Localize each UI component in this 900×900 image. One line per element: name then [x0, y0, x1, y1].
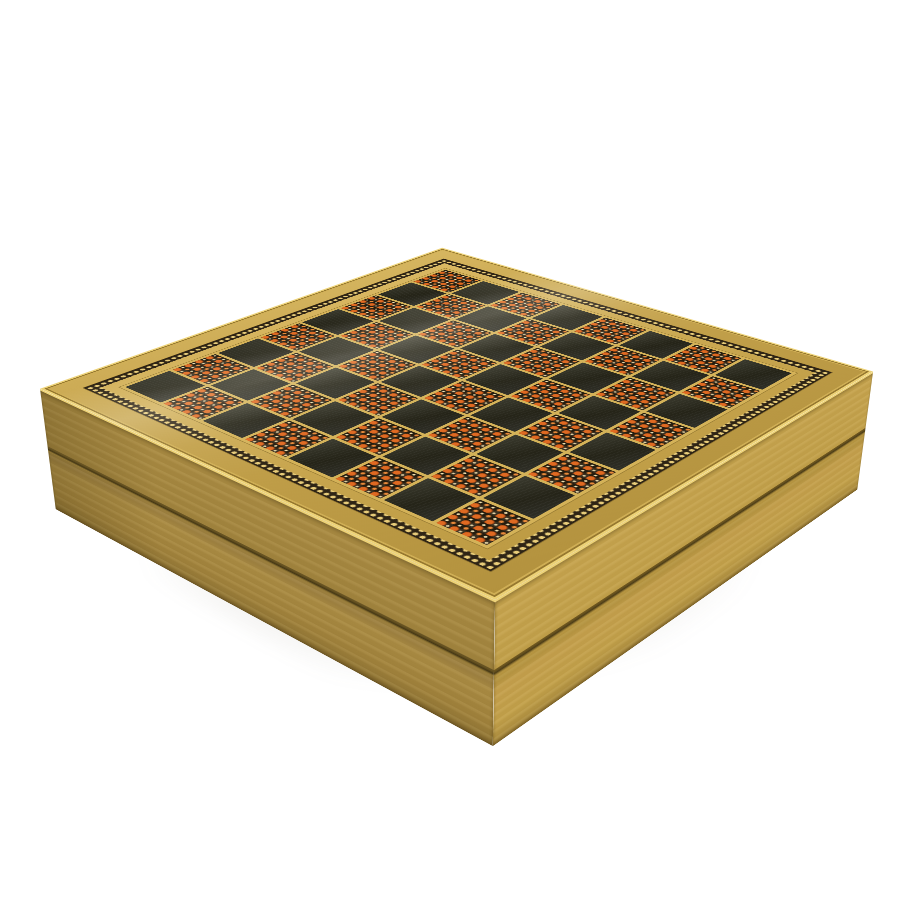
board-square-r4c8	[609, 412, 693, 448]
board-square-r3c7	[596, 378, 676, 410]
board-square-r7c7	[431, 455, 521, 496]
board-square-r7c4	[292, 401, 375, 436]
board-square-r7c8	[483, 476, 575, 519]
product-photo-scene	[0, 0, 900, 900]
board-square-r6c4	[338, 383, 419, 416]
board-square-r6c8	[527, 453, 616, 493]
board-square-r4c6	[510, 379, 590, 412]
board-square-r8c3	[203, 403, 287, 438]
board-square-r6c5	[382, 399, 465, 434]
board-square-r2c8	[681, 376, 760, 408]
board-square-r8c2	[163, 386, 245, 419]
board-square-r4c7	[558, 396, 640, 430]
board-square-r7c6	[383, 436, 470, 475]
board-square-r5c5	[424, 381, 504, 414]
board-square-r7c5	[336, 418, 421, 455]
chess-box	[40, 248, 873, 600]
board-square-r5c8	[569, 432, 655, 470]
board-square-r3c8	[646, 394, 727, 428]
board-square-r8c7	[384, 478, 477, 521]
board-square-r8c8	[436, 499, 531, 545]
board-square-r7c3	[251, 385, 332, 418]
board-square-r6c7	[476, 434, 563, 472]
board-square-r5c7	[519, 414, 603, 450]
board-square-r8c4	[244, 420, 330, 457]
board-square-r8c6	[335, 458, 425, 499]
board-square-r6c6	[428, 416, 513, 452]
board-square-r8c5	[288, 438, 376, 477]
board-square-r5c6	[470, 397, 552, 431]
